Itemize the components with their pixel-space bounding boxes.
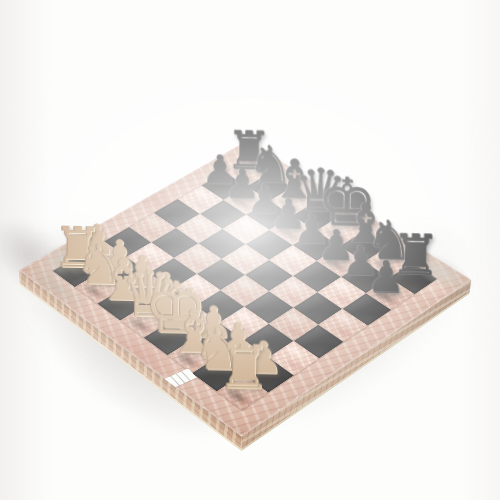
chessboard: ♜♟♞♟♝♟♛♟♚♟♝♟♟♞♜♟♟♜♞♟♟♝♟♛♟♚♟♝♟♞♟♜	[19, 140, 471, 436]
photo-background: ♜♟♞♟♝♟♛♟♚♟♝♟♟♞♜♟♟♜♞♟♟♝♟♛♟♚♟♝♟♞♟♜	[0, 0, 500, 500]
board-surface: ♜♟♞♟♝♟♛♟♚♟♝♟♟♞♜♟♟♜♞♟♟♝♟♛♟♚♟♝♟♞♟♜	[19, 140, 471, 436]
piece-glyph: ♟	[366, 255, 401, 298]
piece-glyph: ♜	[217, 337, 255, 398]
board-scene: ♜♟♞♟♝♟♛♟♚♟♝♟♟♞♜♟♟♜♞♟♟♝♟♛♟♚♟♝♟♞♟♜	[82, 112, 409, 439]
